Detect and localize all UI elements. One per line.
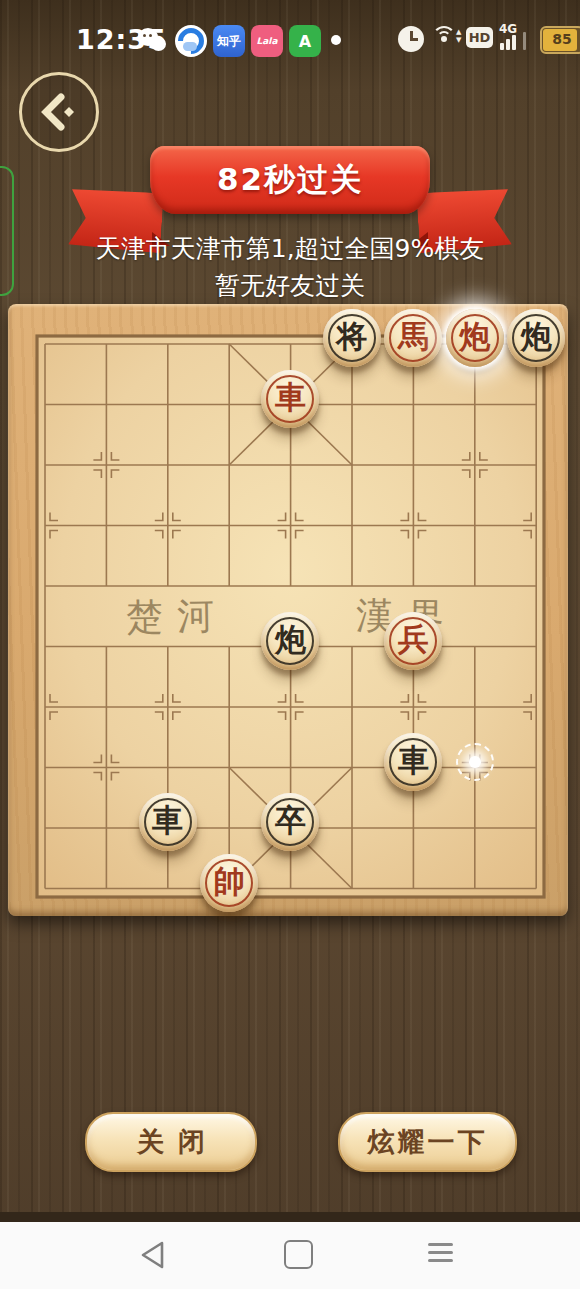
signal-4g-icon: 4G xyxy=(499,22,533,52)
piece-red-馬[interactable]: 馬 xyxy=(384,309,442,367)
wifi-icon: ▲▼ xyxy=(432,26,458,48)
brag-button[interactable]: 炫耀一下 xyxy=(338,1112,517,1172)
piece-red-炮[interactable]: 炮 xyxy=(446,309,504,367)
nav-menu-icon[interactable] xyxy=(428,1240,453,1265)
battery-icon: 85 xyxy=(540,26,580,54)
qq-browser-icon xyxy=(175,25,207,57)
ribbon-band: 82秒过关 xyxy=(150,146,430,214)
green-a-icon: A xyxy=(289,25,321,57)
wood-bottom-edge xyxy=(0,1212,580,1222)
pink-app-icon: Lala xyxy=(251,25,283,57)
rank-text: 天津市天津市第1,超过全国9%棋友 xyxy=(0,232,580,265)
piece-black-将[interactable]: 将 xyxy=(323,309,381,367)
piece-black-車[interactable]: 車 xyxy=(384,733,442,791)
nav-home-icon[interactable] xyxy=(284,1240,313,1269)
nav-back-icon[interactable] xyxy=(138,1240,166,1270)
piece-black-炮[interactable]: 炮 xyxy=(261,612,319,670)
target-marker-icon xyxy=(456,743,494,781)
status-bar: 12:35 知乎 Lala A ▲▼ HD 4G 85 xyxy=(0,0,580,70)
friends-text: 暂无好友过关 xyxy=(0,269,580,302)
hd-icon: HD xyxy=(466,27,493,48)
notification-dot xyxy=(331,35,341,45)
android-nav-bar: ♪ 一听下载 xyxy=(0,1222,580,1289)
wechat-icon xyxy=(137,25,169,57)
piece-black-車[interactable]: 車 xyxy=(139,793,197,851)
phone-screen: 12:35 知乎 Lala A ▲▼ HD 4G 85 xyxy=(0,0,580,1289)
alarm-icon xyxy=(398,26,424,52)
battery-percent: 85 xyxy=(542,31,580,47)
zhihu-icon: 知乎 xyxy=(213,25,245,57)
piece-red-車[interactable]: 車 xyxy=(261,370,319,428)
piece-black-炮[interactable]: 炮 xyxy=(507,309,565,367)
result-banner: 82秒过关 xyxy=(70,146,510,246)
piece-red-帥[interactable]: 帥 xyxy=(200,854,258,912)
pieces-layer: 将馬炮炮車炮兵車車卒帥 xyxy=(14,308,567,913)
back-chevron-icon xyxy=(39,92,79,132)
banner-title: 82秒过关 xyxy=(217,159,363,201)
piece-red-兵[interactable]: 兵 xyxy=(384,612,442,670)
back-button[interactable] xyxy=(19,72,99,152)
piece-black-卒[interactable]: 卒 xyxy=(261,793,319,851)
close-button[interactable]: 关闭 xyxy=(85,1112,257,1172)
